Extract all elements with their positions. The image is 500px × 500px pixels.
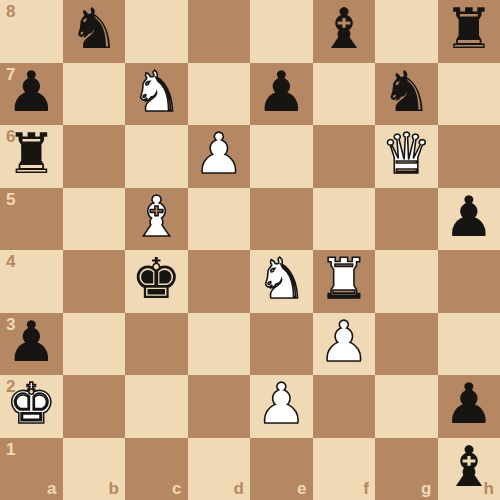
square-b4[interactable] — [63, 250, 126, 313]
square-c8[interactable] — [125, 0, 188, 63]
square-a8[interactable]: 8 — [0, 0, 63, 63]
rank-label-8: 8 — [6, 3, 15, 20]
square-d1[interactable]: d — [188, 438, 251, 500]
black-knight-icon[interactable]: ♞ — [69, 0, 119, 61]
square-h2[interactable]: ♟ — [438, 375, 500, 438]
white-pawn-icon[interactable]: ♟ — [194, 123, 244, 186]
square-e8[interactable] — [250, 0, 313, 63]
square-h8[interactable]: ♜ — [438, 0, 500, 63]
square-g6[interactable]: ♛ — [375, 125, 438, 188]
square-g2[interactable] — [375, 375, 438, 438]
black-pawn-icon[interactable]: ♟ — [6, 311, 56, 374]
file-label-d: d — [234, 480, 244, 497]
square-a3[interactable]: 3♟ — [0, 313, 63, 376]
square-d4[interactable] — [188, 250, 251, 313]
white-pawn-icon[interactable]: ♟ — [319, 311, 369, 374]
square-e5[interactable] — [250, 188, 313, 251]
square-d6[interactable]: ♟ — [188, 125, 251, 188]
black-pawn-icon[interactable]: ♟ — [444, 373, 494, 436]
black-knight-icon[interactable]: ♞ — [381, 61, 431, 124]
square-b6[interactable] — [63, 125, 126, 188]
chess-board: 8♞♝♜7♟♞♟♞6♜♟♛5♝♟4♚♞♜3♟♟2♚♟♟1abcdefgh♝ — [0, 0, 500, 500]
square-c3[interactable] — [125, 313, 188, 376]
white-king-icon[interactable]: ♚ — [6, 373, 56, 436]
square-h1[interactable]: h♝ — [438, 438, 500, 500]
square-b7[interactable] — [63, 63, 126, 126]
rank-label-4: 4 — [6, 253, 15, 270]
square-a1[interactable]: 1a — [0, 438, 63, 500]
square-b1[interactable]: b — [63, 438, 126, 500]
square-a2[interactable]: 2♚ — [0, 375, 63, 438]
black-bishop-icon[interactable]: ♝ — [319, 0, 369, 61]
file-label-c: c — [172, 480, 181, 497]
file-label-g: g — [421, 480, 431, 497]
square-c2[interactable] — [125, 375, 188, 438]
square-f8[interactable]: ♝ — [313, 0, 376, 63]
file-label-e: e — [297, 480, 306, 497]
square-f7[interactable] — [313, 63, 376, 126]
square-e3[interactable] — [250, 313, 313, 376]
white-pawn-icon[interactable]: ♟ — [256, 373, 306, 436]
square-f2[interactable] — [313, 375, 376, 438]
square-c7[interactable]: ♞ — [125, 63, 188, 126]
rank-label-1: 1 — [6, 441, 15, 458]
white-rook-icon[interactable]: ♜ — [319, 248, 369, 311]
square-a5[interactable]: 5 — [0, 188, 63, 251]
square-c4[interactable]: ♚ — [125, 250, 188, 313]
square-d8[interactable] — [188, 0, 251, 63]
square-h4[interactable] — [438, 250, 500, 313]
black-rook-icon[interactable]: ♜ — [6, 123, 56, 186]
black-pawn-icon[interactable]: ♟ — [6, 61, 56, 124]
square-b3[interactable] — [63, 313, 126, 376]
square-g4[interactable] — [375, 250, 438, 313]
white-knight-icon[interactable]: ♞ — [131, 61, 181, 124]
square-c6[interactable] — [125, 125, 188, 188]
black-bishop-icon[interactable]: ♝ — [444, 436, 494, 499]
square-c5[interactable]: ♝ — [125, 188, 188, 251]
black-pawn-icon[interactable]: ♟ — [256, 61, 306, 124]
square-b5[interactable] — [63, 188, 126, 251]
square-d5[interactable] — [188, 188, 251, 251]
square-d2[interactable] — [188, 375, 251, 438]
rank-label-5: 5 — [6, 191, 15, 208]
square-f4[interactable]: ♜ — [313, 250, 376, 313]
square-f3[interactable]: ♟ — [313, 313, 376, 376]
black-rook-icon[interactable]: ♜ — [444, 0, 494, 61]
square-a4[interactable]: 4 — [0, 250, 63, 313]
square-d3[interactable] — [188, 313, 251, 376]
square-g7[interactable]: ♞ — [375, 63, 438, 126]
square-e4[interactable]: ♞ — [250, 250, 313, 313]
square-a6[interactable]: 6♜ — [0, 125, 63, 188]
square-h7[interactable] — [438, 63, 500, 126]
file-label-f: f — [363, 480, 369, 497]
square-b2[interactable] — [63, 375, 126, 438]
square-b8[interactable]: ♞ — [63, 0, 126, 63]
square-e6[interactable] — [250, 125, 313, 188]
square-g1[interactable]: g — [375, 438, 438, 500]
square-f5[interactable] — [313, 188, 376, 251]
square-h5[interactable]: ♟ — [438, 188, 500, 251]
black-pawn-icon[interactable]: ♟ — [444, 186, 494, 249]
file-label-a: a — [47, 480, 56, 497]
square-h6[interactable] — [438, 125, 500, 188]
square-g8[interactable] — [375, 0, 438, 63]
square-e1[interactable]: e — [250, 438, 313, 500]
white-knight-icon[interactable]: ♞ — [256, 248, 306, 311]
square-g3[interactable] — [375, 313, 438, 376]
square-f1[interactable]: f — [313, 438, 376, 500]
white-queen-icon[interactable]: ♛ — [381, 123, 431, 186]
file-label-b: b — [109, 480, 119, 497]
square-h3[interactable] — [438, 313, 500, 376]
square-f6[interactable] — [313, 125, 376, 188]
white-bishop-icon[interactable]: ♝ — [131, 186, 181, 249]
square-a7[interactable]: 7♟ — [0, 63, 63, 126]
square-e2[interactable]: ♟ — [250, 375, 313, 438]
square-c1[interactable]: c — [125, 438, 188, 500]
square-e7[interactable]: ♟ — [250, 63, 313, 126]
black-king-icon[interactable]: ♚ — [131, 248, 181, 311]
square-d7[interactable] — [188, 63, 251, 126]
square-g5[interactable] — [375, 188, 438, 251]
